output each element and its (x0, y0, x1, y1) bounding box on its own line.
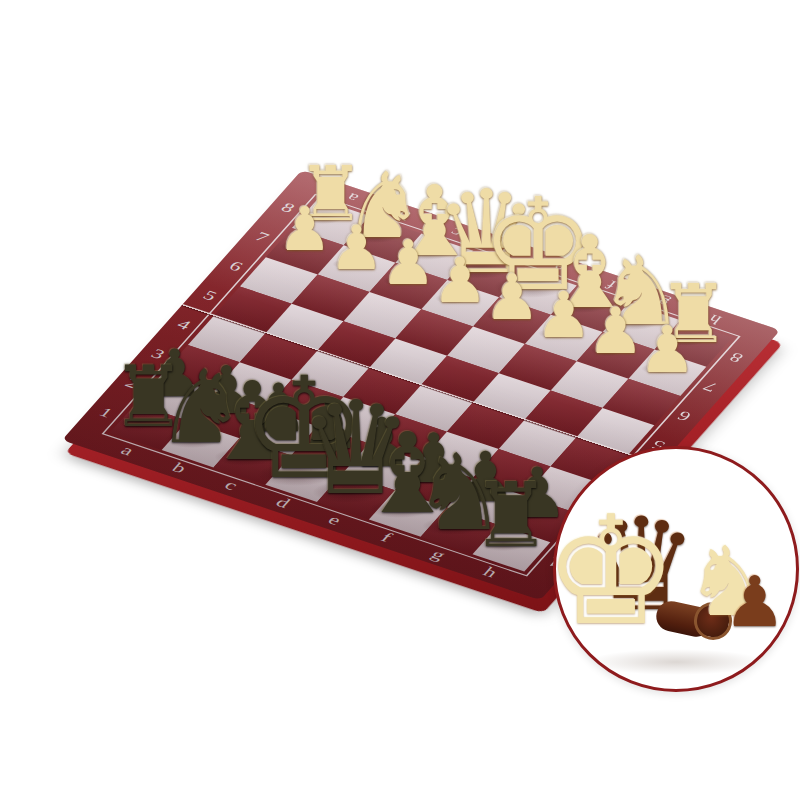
inset-brown-pawn: ♟ (724, 567, 787, 637)
inset-circle: ♛ ♚ ♞ ♟ (553, 446, 799, 692)
chess-set-product-photo: aabbccddeeffgghh8877665544332211 ♜♞♝♛♚♝♞… (0, 0, 800, 800)
inset-shadow (586, 649, 766, 675)
